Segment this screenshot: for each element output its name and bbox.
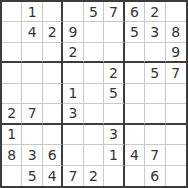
cell-r6c6[interactable]	[104, 104, 124, 124]
cell-r5c6[interactable]: 5	[104, 84, 124, 104]
cell-r1c3[interactable]	[43, 2, 63, 22]
cell-r1c7[interactable]: 6	[125, 2, 145, 22]
cell-r8c9[interactable]	[166, 145, 186, 165]
cell-r5c1[interactable]	[2, 84, 22, 104]
cell-r3c1[interactable]	[2, 43, 22, 63]
cell-r3c9[interactable]: 9	[166, 43, 186, 63]
cell-r8c4[interactable]	[63, 145, 83, 165]
cell-r5c2[interactable]	[22, 84, 42, 104]
cell-r1c8[interactable]: 2	[145, 2, 165, 22]
cell-r8c5[interactable]	[84, 145, 104, 165]
cell-r4c4[interactable]	[63, 63, 83, 83]
cell-r7c2[interactable]	[22, 125, 42, 145]
cell-r9c4[interactable]: 7	[63, 166, 83, 186]
cell-r9c8[interactable]: 6	[145, 166, 165, 186]
cell-r9c1[interactable]	[2, 166, 22, 186]
cell-r6c8[interactable]	[145, 104, 165, 124]
cell-r1c1[interactable]	[2, 2, 22, 22]
cell-r3c4[interactable]: 2	[63, 43, 83, 63]
cell-r8c2[interactable]: 3	[22, 145, 42, 165]
cell-r6c2[interactable]: 7	[22, 104, 42, 124]
cell-r6c1[interactable]: 2	[2, 104, 22, 124]
cell-r9c2[interactable]: 5	[22, 166, 42, 186]
cell-r1c2[interactable]: 1	[22, 2, 42, 22]
cell-r8c6[interactable]: 1	[104, 145, 124, 165]
cell-r8c1[interactable]: 8	[2, 145, 22, 165]
cell-r2c3[interactable]: 2	[43, 22, 63, 42]
cell-r6c7[interactable]	[125, 104, 145, 124]
cell-r9c6[interactable]	[104, 166, 124, 186]
cell-r8c7[interactable]: 4	[125, 145, 145, 165]
cell-r6c9[interactable]	[166, 104, 186, 124]
cell-r7c3[interactable]	[43, 125, 63, 145]
cell-r3c5[interactable]	[84, 43, 104, 63]
sudoku-board: 1576242953829257152731383614754726	[0, 0, 188, 188]
cell-r2c5[interactable]	[84, 22, 104, 42]
cell-r1c4[interactable]	[63, 2, 83, 22]
cell-r2c1[interactable]	[2, 22, 22, 42]
cell-r6c3[interactable]	[43, 104, 63, 124]
cell-r4c5[interactable]	[84, 63, 104, 83]
cell-r4c3[interactable]	[43, 63, 63, 83]
cell-r4c2[interactable]	[22, 63, 42, 83]
cell-r7c4[interactable]	[63, 125, 83, 145]
cell-r8c3[interactable]: 6	[43, 145, 63, 165]
cell-r1c5[interactable]: 5	[84, 2, 104, 22]
cell-r3c6[interactable]	[104, 43, 124, 63]
cell-r1c9[interactable]	[166, 2, 186, 22]
cell-r4c8[interactable]: 5	[145, 63, 165, 83]
cell-r7c7[interactable]	[125, 125, 145, 145]
cell-r5c3[interactable]	[43, 84, 63, 104]
cell-r4c7[interactable]	[125, 63, 145, 83]
cell-r9c5[interactable]: 2	[84, 166, 104, 186]
cell-r2c9[interactable]: 8	[166, 22, 186, 42]
cell-r7c1[interactable]: 1	[2, 125, 22, 145]
cell-r3c8[interactable]	[145, 43, 165, 63]
cell-r2c2[interactable]: 4	[22, 22, 42, 42]
cell-r3c7[interactable]	[125, 43, 145, 63]
cell-r6c5[interactable]	[84, 104, 104, 124]
cell-r7c6[interactable]: 3	[104, 125, 124, 145]
cell-r2c8[interactable]: 3	[145, 22, 165, 42]
cell-r4c9[interactable]: 7	[166, 63, 186, 83]
cell-r5c7[interactable]	[125, 84, 145, 104]
cell-r1c6[interactable]: 7	[104, 2, 124, 22]
cell-r6c4[interactable]: 3	[63, 104, 83, 124]
cell-r8c8[interactable]: 7	[145, 145, 165, 165]
cell-r3c2[interactable]	[22, 43, 42, 63]
cell-r4c6[interactable]: 2	[104, 63, 124, 83]
cell-r5c9[interactable]	[166, 84, 186, 104]
cell-r5c4[interactable]: 1	[63, 84, 83, 104]
cell-r4c1[interactable]	[2, 63, 22, 83]
cell-r5c8[interactable]	[145, 84, 165, 104]
cell-r2c7[interactable]: 5	[125, 22, 145, 42]
cell-r3c3[interactable]	[43, 43, 63, 63]
cell-r7c8[interactable]	[145, 125, 165, 145]
cell-r5c5[interactable]	[84, 84, 104, 104]
cell-r7c5[interactable]	[84, 125, 104, 145]
cell-r9c3[interactable]: 4	[43, 166, 63, 186]
cell-r9c9[interactable]	[166, 166, 186, 186]
cell-r7c9[interactable]	[166, 125, 186, 145]
cell-r2c6[interactable]	[104, 22, 124, 42]
cell-r9c7[interactable]	[125, 166, 145, 186]
cell-r2c4[interactable]: 9	[63, 22, 83, 42]
